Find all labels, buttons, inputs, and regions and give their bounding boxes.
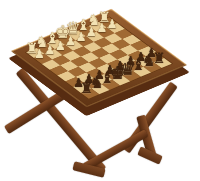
white-rook-a1: ♜: [78, 10, 131, 24]
chess-table-photo: ♜♟♟♜♞♟♟♞♝♟♟♝♛♟♟♛♚♟♟♚♝♟♟♝♞♟♟♞♜♟♟♜: [0, 0, 200, 181]
